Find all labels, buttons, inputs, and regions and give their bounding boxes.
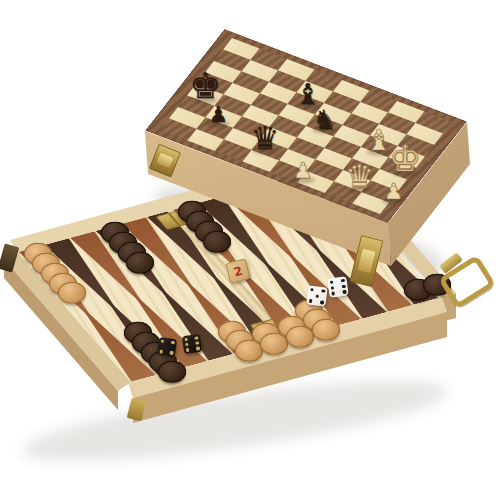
black-king[interactable]: ♚ <box>189 67 221 103</box>
chess-case: ♚♟♛♝♞♟♝♚♛♟ <box>0 0 500 500</box>
black-pawn[interactable]: ♟ <box>208 104 228 126</box>
white-king[interactable]: ♚ <box>389 140 421 176</box>
white-queen[interactable]: ♛ <box>345 161 374 193</box>
white-pawn-2[interactable]: ♟ <box>384 181 404 203</box>
white-pawn-1[interactable]: ♟ <box>293 160 313 182</box>
black-knight[interactable]: ♞ <box>312 106 336 133</box>
product-photo-stage: 2 ♚♟♛♝♞♟♝♚♛♟ <box>0 0 500 500</box>
chess-pieces-layer: ♚♟♛♝♞♟♝♚♛♟ <box>0 0 500 500</box>
black-queen[interactable]: ♛ <box>251 122 280 154</box>
white-bishop[interactable]: ♝ <box>365 126 391 155</box>
